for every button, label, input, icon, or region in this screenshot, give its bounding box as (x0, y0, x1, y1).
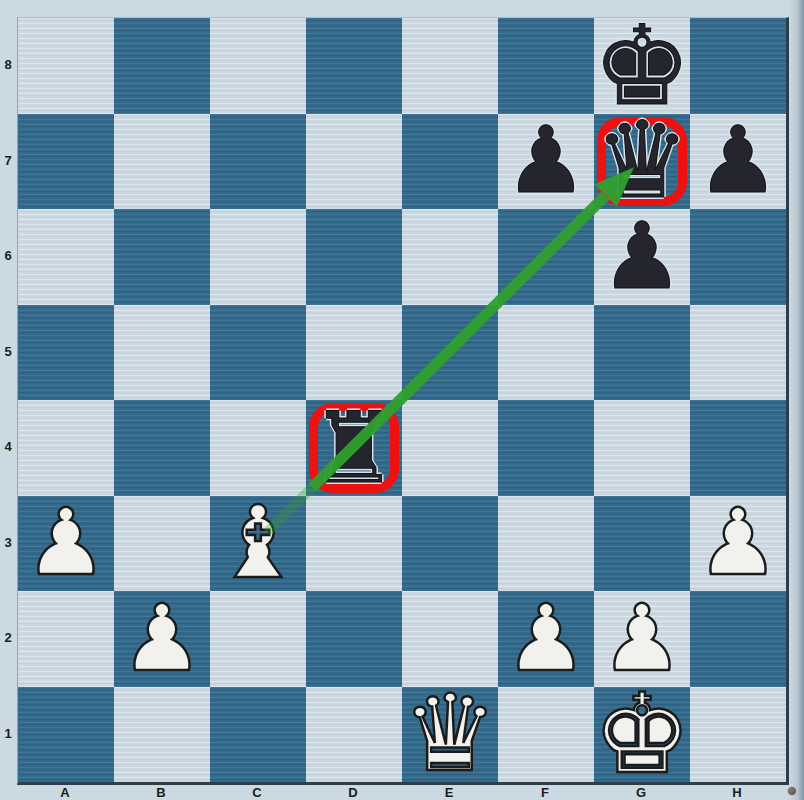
square-e5[interactable] (402, 305, 498, 401)
square-b3[interactable] (114, 496, 210, 592)
square-h5[interactable] (690, 305, 786, 401)
right-edge-shade (789, 0, 804, 800)
file-label-c: C (209, 784, 305, 800)
file-label-a: A (17, 784, 113, 800)
rank-label-5: 5 (0, 304, 16, 400)
square-d8[interactable] (306, 18, 402, 114)
square-h4[interactable] (690, 400, 786, 496)
square-h1[interactable] (690, 687, 786, 783)
square-e7[interactable] (402, 114, 498, 210)
square-g4[interactable] (594, 400, 690, 496)
square-d5[interactable] (306, 305, 402, 401)
square-d7[interactable] (306, 114, 402, 210)
square-h8[interactable] (690, 18, 786, 114)
piece-white-pawn-b2[interactable]: ♟ (114, 591, 210, 687)
rank-label-1: 1 (0, 686, 16, 782)
piece-white-bishop-c3[interactable]: ♝ (210, 496, 306, 592)
square-a2[interactable] (18, 591, 114, 687)
rank-label-4: 4 (0, 399, 16, 495)
file-label-f: F (497, 784, 593, 800)
square-f1[interactable] (498, 687, 594, 783)
square-f3[interactable] (498, 496, 594, 592)
square-c1[interactable] (210, 687, 306, 783)
square-g3[interactable] (594, 496, 690, 592)
square-d6[interactable] (306, 209, 402, 305)
corner-dot (787, 786, 797, 796)
piece-black-pawn-f7[interactable]: ♟ (498, 114, 594, 210)
board: ♚♟♛♟♟♜♟♝♟♟♟♟♛♚ (17, 17, 789, 785)
square-d2[interactable] (306, 591, 402, 687)
piece-white-pawn-a3[interactable]: ♟ (18, 496, 114, 592)
chess-diagram: ♚♟♛♟♟♜♟♝♟♟♟♟♛♚ 87654321 ABCDEFGH (0, 0, 804, 800)
rank-label-3: 3 (0, 495, 16, 591)
square-a8[interactable] (18, 18, 114, 114)
square-h6[interactable] (690, 209, 786, 305)
rank-label-8: 8 (0, 17, 16, 113)
piece-white-pawn-f2[interactable]: ♟ (498, 591, 594, 687)
piece-white-pawn-h3[interactable]: ♟ (690, 496, 786, 592)
square-f6[interactable] (498, 209, 594, 305)
square-b5[interactable] (114, 305, 210, 401)
square-c2[interactable] (210, 591, 306, 687)
piece-black-pawn-g6[interactable]: ♟ (594, 209, 690, 305)
square-c5[interactable] (210, 305, 306, 401)
square-h2[interactable] (690, 591, 786, 687)
square-a1[interactable] (18, 687, 114, 783)
square-e6[interactable] (402, 209, 498, 305)
square-b7[interactable] (114, 114, 210, 210)
square-g5[interactable] (594, 305, 690, 401)
square-a6[interactable] (18, 209, 114, 305)
square-c8[interactable] (210, 18, 306, 114)
file-label-d: D (305, 784, 401, 800)
square-e8[interactable] (402, 18, 498, 114)
square-a7[interactable] (18, 114, 114, 210)
piece-white-king-g1[interactable]: ♚ (594, 687, 690, 783)
square-e4[interactable] (402, 400, 498, 496)
square-b6[interactable] (114, 209, 210, 305)
square-c4[interactable] (210, 400, 306, 496)
square-c6[interactable] (210, 209, 306, 305)
file-label-b: B (113, 784, 209, 800)
square-a5[interactable] (18, 305, 114, 401)
piece-white-queen-e1[interactable]: ♛ (402, 687, 498, 783)
rank-label-7: 7 (0, 113, 16, 209)
square-d1[interactable] (306, 687, 402, 783)
square-c7[interactable] (210, 114, 306, 210)
rank-label-6: 6 (0, 208, 16, 304)
file-label-h: H (689, 784, 785, 800)
piece-black-pawn-h7[interactable]: ♟ (690, 114, 786, 210)
rank-label-2: 2 (0, 590, 16, 686)
piece-black-queen-g7[interactable]: ♛ (594, 114, 690, 210)
square-f4[interactable] (498, 400, 594, 496)
square-b8[interactable] (114, 18, 210, 114)
square-b1[interactable] (114, 687, 210, 783)
piece-black-rook-d4[interactable]: ♜ (306, 400, 402, 496)
square-f5[interactable] (498, 305, 594, 401)
square-f8[interactable] (498, 18, 594, 114)
square-a4[interactable] (18, 400, 114, 496)
square-b4[interactable] (114, 400, 210, 496)
square-e3[interactable] (402, 496, 498, 592)
square-d3[interactable] (306, 496, 402, 592)
